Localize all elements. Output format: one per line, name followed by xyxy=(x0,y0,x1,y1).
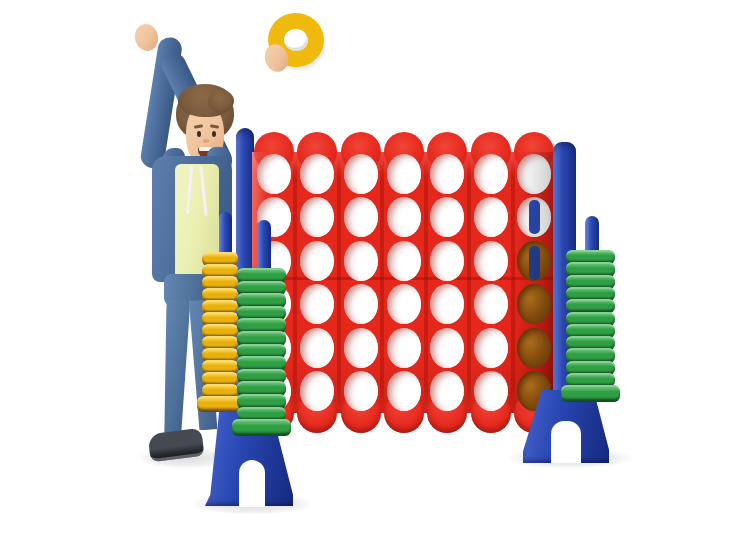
boy-left-leg xyxy=(160,300,191,439)
rail-through-hole xyxy=(529,246,540,280)
board-hole-r5c4 xyxy=(387,328,421,368)
right-green-disc xyxy=(561,385,620,401)
boy-right-eye xyxy=(212,131,216,137)
board-hole-r1c3 xyxy=(344,154,378,194)
board-hole-r4c7 xyxy=(517,284,551,324)
column-divider xyxy=(467,158,471,407)
left-foot-arch xyxy=(239,460,265,507)
board-hole-r6c4 xyxy=(387,371,421,411)
board-hole-r4c2 xyxy=(300,284,334,324)
column-divider xyxy=(380,158,384,407)
board-hole-r5c2 xyxy=(300,328,334,368)
board-hole-r3c6 xyxy=(474,241,508,281)
board-hole-r2c6 xyxy=(474,197,508,237)
board-hole-r5c7 xyxy=(517,328,551,368)
board-hole-r5c5 xyxy=(430,328,464,368)
column-divider xyxy=(337,158,341,407)
boy-left-eye xyxy=(197,131,201,137)
board-hole-r3c3 xyxy=(344,241,378,281)
rail-through-hole xyxy=(529,200,540,234)
board-hole-r4c3 xyxy=(344,284,378,324)
boy-hair-curl xyxy=(208,90,234,112)
board-hole-r5c6 xyxy=(474,328,508,368)
board-hole-r5c3 xyxy=(344,328,378,368)
board-hole-r1c2 xyxy=(300,154,334,194)
board-hole-r1c4 xyxy=(387,154,421,194)
board-hole-r1c5 xyxy=(430,154,464,194)
board-hole-r1c1 xyxy=(257,154,291,194)
board-hole-r6c3 xyxy=(344,371,378,411)
board-hole-r3c5 xyxy=(430,241,464,281)
board-hole-r3c4 xyxy=(387,241,421,281)
board-hole-r1c6 xyxy=(474,154,508,194)
board-hole-r2c5 xyxy=(430,197,464,237)
board-hole-r3c2 xyxy=(300,241,334,281)
column-divider xyxy=(424,158,428,407)
boy-left-hand xyxy=(132,22,160,53)
product-photo xyxy=(0,0,750,535)
right-foot-arch xyxy=(551,421,581,463)
connect-four-board xyxy=(252,152,556,413)
boy-nose xyxy=(203,139,209,143)
board-hole-r6c6 xyxy=(474,371,508,411)
left-green-disc xyxy=(232,419,291,436)
board-hole-r4c4 xyxy=(387,284,421,324)
board-hole-r4c6 xyxy=(474,284,508,324)
board-hole-r2c4 xyxy=(387,197,421,237)
board-hole-r1c7 xyxy=(517,154,551,194)
board-hole-r2c2 xyxy=(300,197,334,237)
board-hole-r2c3 xyxy=(344,197,378,237)
column-divider xyxy=(293,158,297,407)
board-hole-r4c5 xyxy=(430,284,464,324)
column-divider xyxy=(511,158,515,407)
